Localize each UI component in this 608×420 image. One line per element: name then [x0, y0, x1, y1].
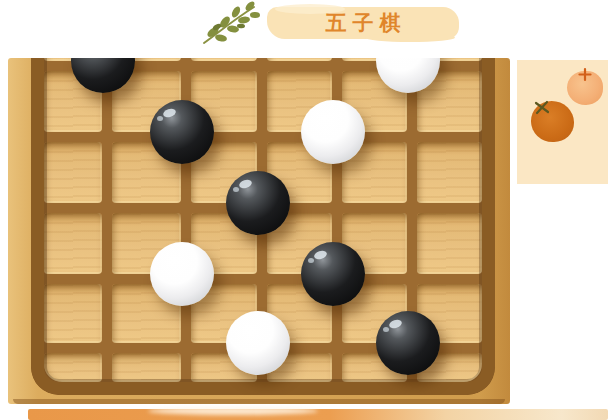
board-cell[interactable]	[44, 284, 102, 343]
board-cell[interactable]	[112, 353, 181, 382]
board-cell[interactable]	[417, 213, 482, 274]
footer-band	[28, 409, 608, 420]
orange-fruit-dark-icon	[531, 101, 574, 142]
stone-black: ●	[376, 311, 440, 375]
stone-black: ●	[301, 242, 365, 306]
stone-black: ●	[71, 58, 135, 93]
board-cell[interactable]	[267, 58, 332, 61]
screen: 五子棋 ●○●○●○●○●	[0, 0, 608, 420]
board-cell[interactable]	[44, 353, 102, 382]
board-cell[interactable]	[44, 142, 102, 203]
side-panel	[517, 60, 608, 184]
stone-white: ○	[301, 100, 365, 164]
olive-branch-icon	[198, 1, 262, 47]
board-cell[interactable]	[191, 58, 257, 61]
stone-white: ○	[150, 242, 214, 306]
board-grid[interactable]: ●○●○●○●○●	[31, 58, 495, 395]
stone-black: ●	[226, 171, 290, 235]
gomoku-board[interactable]: ●○●○●○●○●	[8, 58, 510, 404]
orange-fruit-light-icon	[567, 71, 603, 105]
board-cell[interactable]	[44, 213, 102, 274]
stone-white: ○	[376, 58, 440, 93]
title-banner: 五子棋	[267, 7, 459, 39]
stone-black: ●	[150, 100, 214, 164]
stone-white: ○	[226, 311, 290, 375]
header: 五子棋	[0, 0, 608, 58]
board-cell[interactable]	[417, 142, 482, 203]
page-title: 五子棋	[267, 7, 459, 39]
